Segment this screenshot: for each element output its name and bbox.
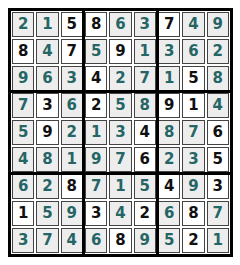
cell-r9c2[interactable]: 7 (36, 228, 58, 253)
cell-r6c2[interactable]: 8 (36, 147, 58, 172)
cell-r4c3[interactable]: 6 (61, 93, 83, 118)
cell-r5c2: 9 (36, 120, 58, 145)
cell-r6c7[interactable]: 2 (158, 147, 180, 172)
cell-r4c8: 1 (182, 93, 204, 118)
cell-r3c1[interactable]: 9 (12, 66, 34, 91)
cell-r9c4[interactable]: 6 (85, 228, 107, 253)
box-separator-vertical-2 (156, 11, 159, 254)
cell-r5c3[interactable]: 2 (61, 120, 83, 145)
cell-r7c5[interactable]: 1 (109, 174, 131, 199)
cell-r2c4[interactable]: 5 (85, 39, 107, 64)
cell-r7c7: 4 (158, 174, 180, 199)
cell-r8c2[interactable]: 5 (36, 201, 58, 226)
cell-r8c7[interactable]: 6 (158, 201, 180, 226)
sudoku-board: 2158637498475913629634271587362589145921… (8, 8, 233, 257)
cell-r7c6[interactable]: 5 (134, 174, 156, 199)
cell-r9c7[interactable]: 5 (158, 228, 180, 253)
cell-r1c9[interactable]: 9 (207, 12, 229, 37)
box-separator-horizontal-2 (11, 172, 230, 175)
cell-r1c1[interactable]: 2 (12, 12, 34, 37)
cell-r7c2[interactable]: 2 (36, 174, 58, 199)
cell-r3c9[interactable]: 8 (207, 66, 229, 91)
cell-r3c2[interactable]: 6 (36, 66, 58, 91)
box-separator-vertical-1 (82, 11, 85, 254)
cell-r6c5[interactable]: 7 (109, 147, 131, 172)
cell-r1c5[interactable]: 6 (109, 12, 131, 37)
cell-r2c1: 8 (12, 39, 34, 64)
cell-r6c6: 6 (134, 147, 156, 172)
cell-r2c8[interactable]: 6 (182, 39, 204, 64)
cell-r4c9[interactable]: 4 (207, 93, 229, 118)
cell-r7c8[interactable]: 9 (182, 174, 204, 199)
cell-r2c6[interactable]: 1 (134, 39, 156, 64)
cell-r5c1[interactable]: 5 (12, 120, 34, 145)
cell-r8c3[interactable]: 9 (61, 201, 83, 226)
cell-r8c4: 3 (85, 201, 107, 226)
cell-r6c9: 5 (207, 147, 229, 172)
cell-r7c3: 8 (61, 174, 83, 199)
cell-r5c8[interactable]: 7 (182, 120, 204, 145)
cell-r5c5[interactable]: 3 (109, 120, 131, 145)
cell-r3c6[interactable]: 7 (134, 66, 156, 91)
cell-r1c4: 8 (85, 12, 107, 37)
cell-r9c5: 8 (109, 228, 131, 253)
cell-r2c5: 9 (109, 39, 131, 64)
cell-r8c6: 2 (134, 201, 156, 226)
cell-r3c3[interactable]: 3 (61, 66, 83, 91)
cell-r9c8: 2 (182, 228, 204, 253)
cell-r4c2: 3 (36, 93, 58, 118)
cell-r2c9[interactable]: 2 (207, 39, 229, 64)
cell-r5c4[interactable]: 1 (85, 120, 107, 145)
cell-r2c2[interactable]: 4 (36, 39, 58, 64)
cell-r3c7[interactable]: 1 (158, 66, 180, 91)
cell-r9c9[interactable]: 1 (207, 228, 229, 253)
cell-r7c1[interactable]: 6 (12, 174, 34, 199)
cell-r4c7: 9 (158, 93, 180, 118)
cell-r8c5[interactable]: 4 (109, 201, 131, 226)
cell-r6c1[interactable]: 4 (12, 147, 34, 172)
box-separator-horizontal-1 (11, 90, 230, 93)
cell-r9c3[interactable]: 4 (61, 228, 83, 253)
cell-r7c9: 3 (207, 174, 229, 199)
cell-r1c3: 5 (61, 12, 83, 37)
cell-r4c1[interactable]: 7 (12, 93, 34, 118)
cell-r3c8: 5 (182, 66, 204, 91)
cell-r4c4: 2 (85, 93, 107, 118)
cell-r6c8[interactable]: 3 (182, 147, 204, 172)
cell-r8c9[interactable]: 7 (207, 201, 229, 226)
cell-r9c1[interactable]: 3 (12, 228, 34, 253)
cell-r3c5[interactable]: 2 (109, 66, 131, 91)
cell-r2c7[interactable]: 3 (158, 39, 180, 64)
cell-r1c2[interactable]: 1 (36, 12, 58, 37)
cell-r6c4[interactable]: 9 (85, 147, 107, 172)
cell-r3c4: 4 (85, 66, 107, 91)
cell-r7c4[interactable]: 7 (85, 174, 107, 199)
cell-r8c1: 1 (12, 201, 34, 226)
cell-r1c7: 7 (158, 12, 180, 37)
cell-r5c9: 6 (207, 120, 229, 145)
cell-r8c8: 8 (182, 201, 204, 226)
cell-r9c6[interactable]: 9 (134, 228, 156, 253)
cell-r5c7[interactable]: 8 (158, 120, 180, 145)
cell-r4c6[interactable]: 8 (134, 93, 156, 118)
cell-r2c3: 7 (61, 39, 83, 64)
cell-r5c6: 4 (134, 120, 156, 145)
cell-r1c8[interactable]: 4 (182, 12, 204, 37)
cell-r1c6[interactable]: 3 (134, 12, 156, 37)
cell-r6c3[interactable]: 1 (61, 147, 83, 172)
cell-r4c5[interactable]: 5 (109, 93, 131, 118)
